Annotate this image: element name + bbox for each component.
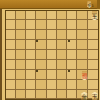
board-cell[interactable] [77, 20, 87, 30]
board-cell[interactable] [57, 30, 67, 40]
board-cell[interactable] [36, 30, 46, 40]
board-cell[interactable] [77, 50, 87, 60]
board-cell[interactable] [36, 80, 46, 90]
board-cell[interactable] [77, 40, 87, 50]
board-cell[interactable] [36, 90, 46, 100]
board-cell[interactable] [26, 40, 36, 50]
board-cell[interactable] [6, 80, 16, 90]
board-cell[interactable] [6, 20, 16, 30]
board-cell[interactable] [26, 60, 36, 70]
board-cell[interactable] [77, 80, 87, 90]
board-cell[interactable] [6, 70, 16, 80]
board-cell[interactable] [47, 70, 57, 80]
board-cell[interactable] [16, 11, 26, 21]
board-cell[interactable] [88, 20, 98, 30]
board-cell[interactable] [67, 60, 77, 70]
board-cell[interactable] [77, 11, 87, 21]
board-cell[interactable] [57, 60, 67, 70]
board-cell[interactable] [57, 40, 67, 50]
board-cell[interactable] [57, 90, 67, 100]
star-point [68, 70, 70, 72]
board-cell[interactable] [88, 50, 98, 60]
board-cell[interactable] [36, 20, 46, 30]
board-cell[interactable] [16, 60, 26, 70]
board-cell[interactable] [47, 50, 57, 60]
board-cell[interactable] [16, 90, 26, 100]
board-cell[interactable] [67, 30, 77, 40]
board-cell[interactable] [16, 50, 26, 60]
board-cell[interactable] [16, 30, 26, 40]
board-cell[interactable] [26, 80, 36, 90]
board-cell[interactable] [57, 20, 67, 30]
board-cell[interactable] [57, 50, 67, 60]
board-cell[interactable] [16, 70, 26, 80]
board-cell[interactable] [6, 60, 16, 70]
board-cell[interactable] [26, 70, 36, 80]
shogi-app-window: 歩 1 玉龍金玉 [0, 0, 100, 100]
board-cell[interactable] [47, 60, 57, 70]
board-cell[interactable] [47, 11, 57, 21]
board-cell[interactable] [67, 80, 77, 90]
board-cell[interactable] [47, 30, 57, 40]
star-point [36, 40, 38, 42]
board-cell[interactable] [6, 50, 16, 60]
board-cell[interactable] [6, 40, 16, 50]
board-cell[interactable] [6, 11, 16, 21]
board-cell[interactable] [47, 80, 57, 90]
board-cell[interactable] [88, 30, 98, 40]
board-cell[interactable] [6, 90, 16, 100]
board-cell[interactable] [88, 70, 98, 80]
board-cell[interactable] [57, 80, 67, 90]
board-cell[interactable] [26, 20, 36, 30]
board-cell[interactable] [36, 50, 46, 60]
star-point [68, 40, 70, 42]
tray-edge-shadow [97, 0, 100, 9]
board-cell[interactable] [77, 30, 87, 40]
board-cell[interactable] [26, 30, 36, 40]
board-cell[interactable] [16, 20, 26, 30]
board-grid: 玉龍金玉 [5, 10, 100, 100]
star-point [36, 70, 38, 72]
board-cell[interactable] [6, 30, 16, 40]
board-cell[interactable] [16, 40, 26, 50]
shogi-board: 玉龍金玉 [0, 9, 100, 101]
board-cell[interactable] [26, 11, 36, 21]
board-cell[interactable] [57, 11, 67, 21]
board-cell[interactable] [47, 20, 57, 30]
board-cell[interactable] [26, 90, 36, 100]
board-cell[interactable] [57, 70, 67, 80]
board-cell[interactable] [36, 60, 46, 70]
board-cell[interactable] [88, 60, 98, 70]
board-cell[interactable] [67, 11, 77, 21]
opponent-captured-tray: 歩 1 [0, 0, 100, 9]
board-cell[interactable] [77, 60, 87, 70]
board-cell[interactable] [47, 40, 57, 50]
board-cell[interactable] [67, 90, 77, 100]
board-cell[interactable] [47, 90, 57, 100]
board-cell[interactable] [26, 50, 36, 60]
board-cell[interactable] [16, 80, 26, 90]
board-cell[interactable] [88, 40, 98, 50]
board-cell[interactable] [67, 20, 77, 30]
board-cell[interactable] [67, 50, 77, 60]
board-cell[interactable] [36, 11, 46, 21]
board-cell[interactable] [88, 80, 98, 90]
